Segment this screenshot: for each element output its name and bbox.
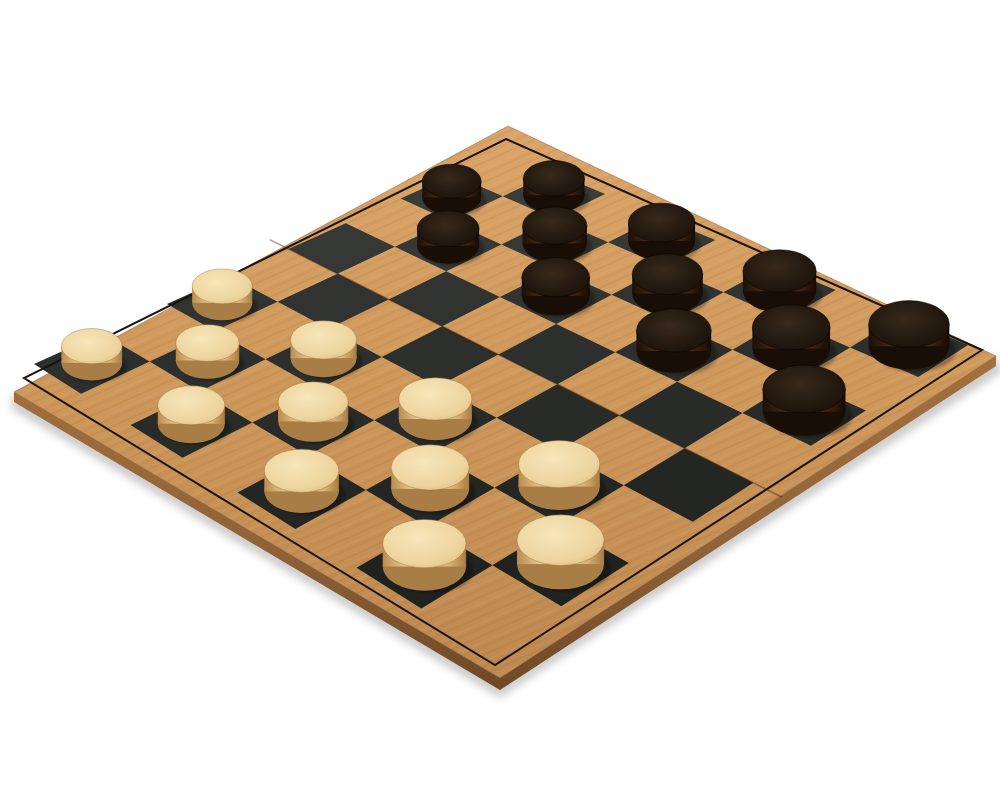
piece-light-sq26 (278, 382, 354, 444)
piece-top-face (391, 445, 469, 490)
piece-top-face (752, 305, 830, 350)
piece-light-sq29 (61, 329, 127, 383)
piece-light-sq30 (158, 386, 231, 445)
piece-light-sq32 (383, 519, 473, 593)
piece-top-face (523, 161, 584, 196)
piece-dark-sq8 (752, 305, 836, 374)
piece-light-sq25 (176, 325, 245, 381)
piece-top-face (517, 515, 604, 566)
piece-dark-sq6 (523, 207, 593, 264)
piece-top-face (632, 254, 703, 295)
piece-top-face (763, 365, 846, 413)
piece-light-sq28 (517, 515, 612, 592)
piece-top-face (399, 378, 472, 420)
piece-dark-sq4 (869, 301, 957, 372)
piece-dark-sq1 (523, 161, 589, 215)
checkers-board-photo (0, 0, 1000, 800)
piece-top-face (61, 329, 122, 364)
piece-top-face (636, 309, 711, 352)
piece-top-face (869, 301, 950, 348)
piece-dark-sq11 (636, 309, 717, 375)
piece-top-face (290, 321, 356, 359)
piece-dark-sq5 (422, 164, 486, 216)
piece-top-face (743, 250, 816, 292)
piece-top-face (278, 382, 348, 423)
piece-dark-sq9 (417, 211, 484, 266)
piece-light-sq23 (399, 378, 478, 443)
piece-light-sq21 (192, 269, 257, 322)
piece-dark-sq7 (632, 254, 709, 316)
piece-top-face (158, 386, 225, 425)
product-photo-stage (0, 0, 1000, 800)
piece-top-face (523, 207, 587, 244)
piece-top-face (628, 203, 695, 242)
piece-light-sq22 (290, 321, 362, 379)
piece-top-face (264, 449, 339, 492)
piece-light-sq27 (391, 445, 476, 514)
piece-top-face (192, 269, 252, 304)
piece-top-face (422, 164, 481, 198)
piece-light-sq31 (264, 449, 345, 515)
piece-top-face (383, 519, 466, 567)
piece-dark-sq10 (522, 258, 596, 318)
piece-light-sq24 (518, 441, 606, 513)
piece-dark-sq12 (763, 365, 853, 438)
piece-top-face (518, 441, 599, 488)
piece-top-face (417, 211, 479, 247)
piece-top-face (176, 325, 239, 362)
piece-top-face (522, 258, 590, 297)
